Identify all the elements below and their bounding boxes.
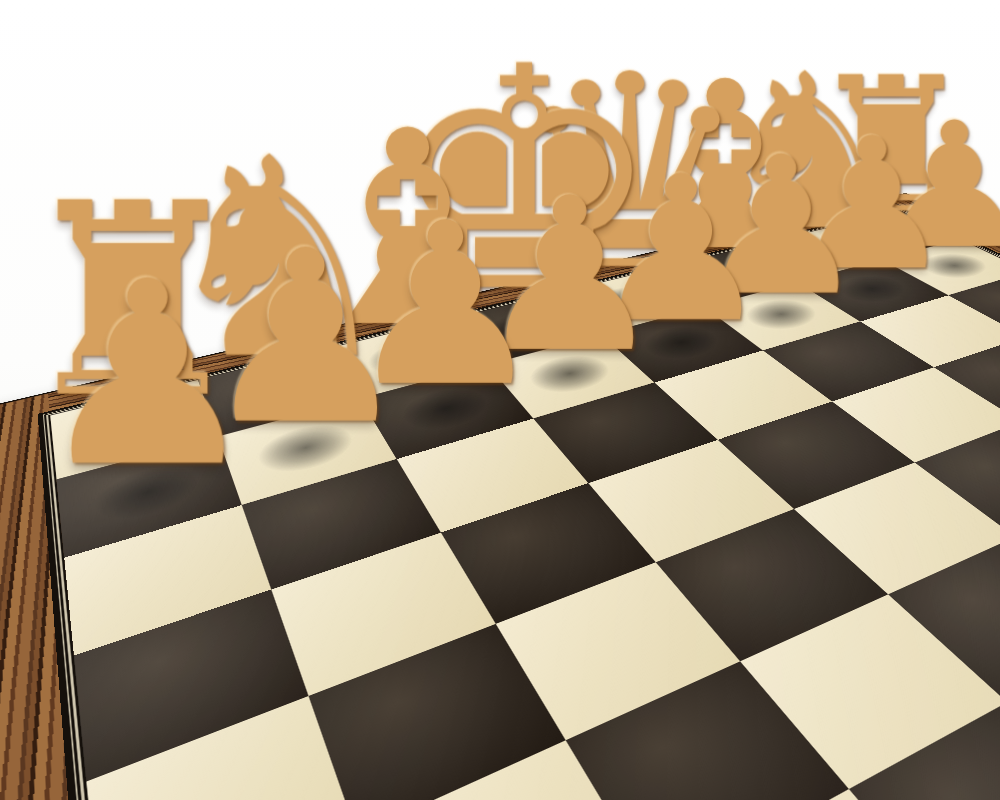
pawn-glyph: ♟ [34,248,262,502]
board-grid: ♜♞♝♚♛♝♞♜♟♟♟♟♟♟♟♟ [50,210,1000,800]
photo-background: ♜♞♝♚♛♝♞♜♟♟♟♟♟♟♟♟ [0,0,1000,800]
square-f6[interactable] [566,661,849,800]
chess-board: ♜♞♝♚♛♝♞♜♟♟♟♟♟♟♟♟ [0,193,1000,800]
scene: ♜♞♝♚♛♝♞♜♟♟♟♟♟♟♟♟ [0,0,1000,800]
